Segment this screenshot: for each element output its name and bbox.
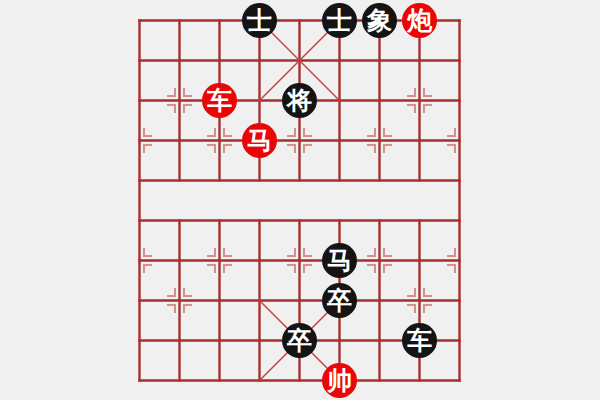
red-chariot[interactable]: 车 [202,83,237,118]
red-cannon[interactable]: 炮 [402,3,437,38]
xiangqi-board[interactable]: 士士象炮车将马马卒卒车帅 [120,1,480,400]
black-horse[interactable]: 马 [322,243,357,278]
red-horse[interactable]: 马 [242,123,277,158]
black-elephant[interactable]: 象 [362,3,397,38]
black-advisor[interactable]: 士 [322,3,357,38]
black-pawn[interactable]: 卒 [282,323,317,358]
black-pawn[interactable]: 卒 [322,283,357,318]
red-general[interactable]: 帅 [322,363,357,398]
black-advisor[interactable]: 士 [242,3,277,38]
black-chariot[interactable]: 车 [402,323,437,358]
xiangqi-app: 士士象炮车将马马卒卒车帅 [0,0,600,400]
black-general[interactable]: 将 [282,83,317,118]
